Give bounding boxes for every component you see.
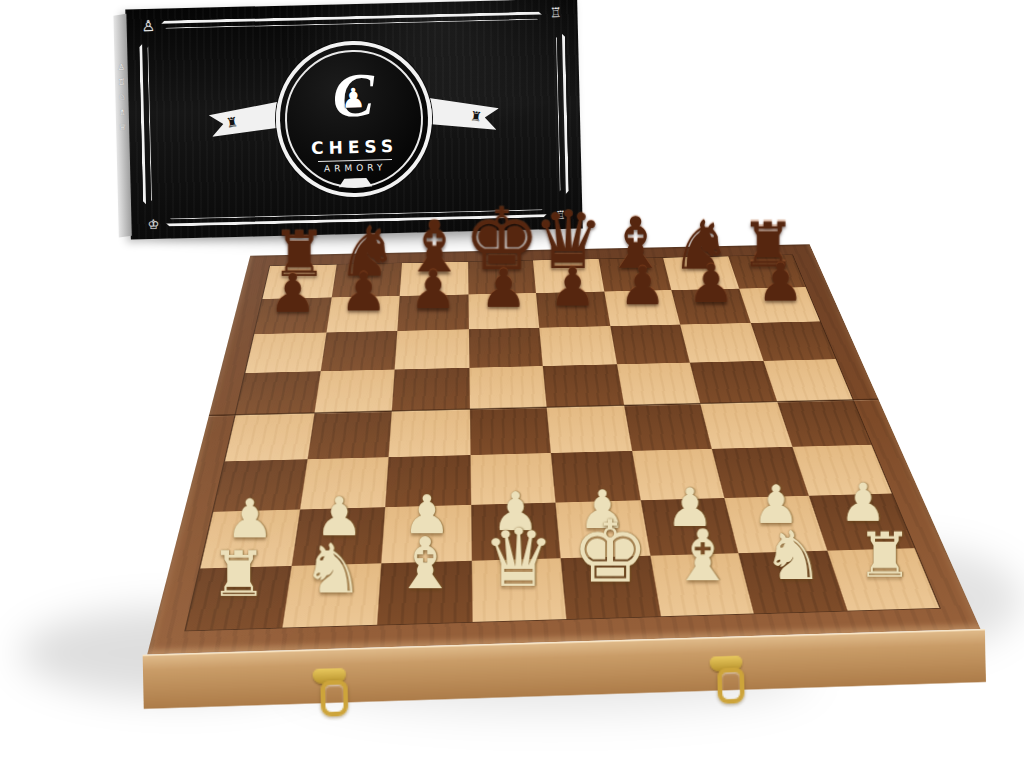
piece-black-pawn[interactable]: ♟ xyxy=(607,182,676,311)
pawn-glyph: ♟ xyxy=(688,260,735,310)
pawn-glyph: ♟ xyxy=(479,264,527,314)
piece-black-pawn[interactable]: ♟ xyxy=(398,186,468,316)
pieces-layer: ♜♞♝♚♛♝♞♜♟♟♟♟♟♟♟♟♟♟♟♟♟♟♟♟♜♞♝♛♚♝♞♜ xyxy=(147,244,980,654)
piece-white-bishop[interactable]: ♝ xyxy=(379,427,472,600)
rook-glyph: ♜ xyxy=(210,545,266,605)
box-spine-piece-icons: ♙♖♘♗♕ xyxy=(117,62,128,138)
piece-white-queen[interactable]: ♛ xyxy=(472,424,565,596)
piece-black-pawn[interactable]: ♟ xyxy=(468,185,538,315)
queen-glyph: ♛ xyxy=(482,520,554,596)
piece-white-knight[interactable]: ♞ xyxy=(747,417,839,588)
rook-icon: ♜ xyxy=(469,108,482,124)
rook-glyph: ♜ xyxy=(857,527,912,586)
piece-white-king[interactable]: ♚ xyxy=(564,422,656,594)
brass-latch[interactable] xyxy=(306,668,352,720)
latch-loop xyxy=(717,667,744,703)
king-glyph: ♚ xyxy=(572,512,649,594)
box-spine: ♙♖♘♗♕ xyxy=(113,14,131,238)
chess-board: ♜♞♝♚♛♝♞♜♟♟♟♟♟♟♟♟♟♟♟♟♟♟♟♟♜♞♝♛♚♝♞♜ xyxy=(147,244,980,654)
piece-white-knight[interactable]: ♞ xyxy=(286,429,379,602)
brand-name-chess: CHESS xyxy=(280,135,428,159)
pawn-glyph: ♟ xyxy=(269,269,317,320)
product-photo: ♙♖♘♗♕ ♙ ♖ ♔ ♖ ♜ ♜ C ♟ CHESS ARMORY xyxy=(0,0,1024,768)
brass-latch[interactable] xyxy=(703,655,748,707)
pawn-icon: ♙ xyxy=(141,17,155,35)
pawn-glyph: ♟ xyxy=(549,263,597,313)
piece-black-pawn[interactable]: ♟ xyxy=(328,188,398,318)
piece-white-bishop[interactable]: ♝ xyxy=(656,420,748,591)
piece-black-pawn[interactable]: ♟ xyxy=(745,180,814,309)
pawn-icon: ♟ xyxy=(341,82,366,114)
piece-white-rook[interactable]: ♜ xyxy=(838,415,930,585)
rook-icon: ♜ xyxy=(225,114,239,131)
piece-black-pawn[interactable]: ♟ xyxy=(538,184,608,314)
pawn-glyph: ♟ xyxy=(339,267,387,318)
piece-white-rook[interactable]: ♜ xyxy=(192,431,285,604)
bishop-glyph: ♝ xyxy=(670,524,734,591)
piece-black-pawn[interactable]: ♟ xyxy=(677,181,746,310)
latch-loop xyxy=(320,680,348,717)
pawn-glyph: ♟ xyxy=(618,262,665,312)
knight-glyph: ♞ xyxy=(763,524,824,588)
pawn-glyph: ♟ xyxy=(409,266,457,317)
board-scene: ♜♞♝♚♛♝♞♜♟♟♟♟♟♟♟♟♟♟♟♟♟♟♟♟♜♞♝♛♚♝♞♜ xyxy=(252,250,812,690)
piece-black-pawn[interactable]: ♟ xyxy=(258,189,328,319)
knight-glyph: ♞ xyxy=(301,537,362,602)
bishop-glyph: ♝ xyxy=(393,531,457,599)
pawn-glyph: ♟ xyxy=(756,259,803,309)
rook-icon: ♖ xyxy=(550,5,562,20)
crown-icon: ♔ xyxy=(147,217,159,232)
